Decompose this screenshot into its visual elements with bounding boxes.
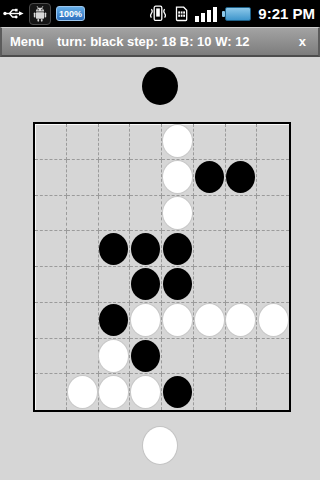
usb-icon <box>3 7 24 20</box>
board-cell[interactable] <box>99 267 131 303</box>
vibrate-icon <box>148 5 168 22</box>
board-cell[interactable] <box>226 303 258 339</box>
board-cell[interactable] <box>226 374 258 410</box>
white-stone <box>163 161 192 193</box>
board-cell[interactable] <box>162 124 194 160</box>
android-robot-icon <box>29 3 51 25</box>
board-cell[interactable] <box>35 160 67 196</box>
board-cell[interactable] <box>67 196 99 232</box>
board-cell[interactable] <box>257 267 289 303</box>
board-cell[interactable] <box>257 160 289 196</box>
board-cell[interactable] <box>67 231 99 267</box>
game-status-text: turn: black step: 18 B: 10 W: 12 <box>57 34 250 49</box>
white-stone <box>163 197 192 229</box>
board-cell[interactable] <box>194 124 226 160</box>
board-cell[interactable] <box>99 160 131 196</box>
board-cell[interactable] <box>226 339 258 375</box>
board <box>33 122 291 412</box>
board-cell[interactable] <box>67 303 99 339</box>
black-stone <box>99 304 128 336</box>
board-cell[interactable] <box>67 339 99 375</box>
board-cell[interactable] <box>257 196 289 232</box>
black-stone <box>131 233 160 265</box>
board-cell[interactable] <box>130 196 162 232</box>
board-cell[interactable] <box>194 339 226 375</box>
board-cell[interactable] <box>35 124 67 160</box>
board-cell[interactable] <box>257 303 289 339</box>
board-cell[interactable] <box>226 231 258 267</box>
sdcard-icon <box>173 5 190 22</box>
board-cell[interactable] <box>194 196 226 232</box>
board-cell[interactable] <box>130 231 162 267</box>
black-stone <box>195 161 224 193</box>
close-button[interactable]: x <box>299 34 306 49</box>
board-cell[interactable] <box>99 231 131 267</box>
board-cell[interactable] <box>257 231 289 267</box>
board-cell[interactable] <box>162 303 194 339</box>
board-cell[interactable] <box>35 303 67 339</box>
black-player-indicator <box>142 67 178 105</box>
white-stone <box>99 340 128 372</box>
board-cell[interactable] <box>226 124 258 160</box>
white-stone <box>195 304 224 336</box>
white-stone <box>131 376 160 408</box>
board-cell[interactable] <box>99 196 131 232</box>
board-cell[interactable] <box>35 339 67 375</box>
board-cell[interactable] <box>226 160 258 196</box>
signal-strength-icon <box>195 6 217 22</box>
white-stone <box>226 304 255 336</box>
board-cell[interactable] <box>67 267 99 303</box>
board-cell[interactable] <box>99 303 131 339</box>
black-stone <box>163 268 192 300</box>
menu-bar: Menu turn: black step: 18 B: 10 W: 12 x <box>0 27 320 57</box>
menu-button[interactable]: Menu <box>10 34 44 49</box>
board-cell[interactable] <box>226 267 258 303</box>
black-stone <box>131 268 160 300</box>
board-cell[interactable] <box>35 196 67 232</box>
white-stone <box>163 125 192 157</box>
board-cell[interactable] <box>162 267 194 303</box>
battery-icon <box>225 7 251 21</box>
board-cell[interactable] <box>194 231 226 267</box>
board-cell[interactable] <box>194 374 226 410</box>
board-cell[interactable] <box>130 160 162 196</box>
board-cell[interactable] <box>226 196 258 232</box>
board-cell[interactable] <box>130 374 162 410</box>
white-stone <box>99 376 128 408</box>
black-stone <box>163 376 192 408</box>
white-stone <box>68 376 97 408</box>
black-stone <box>163 233 192 265</box>
board-cell[interactable] <box>162 160 194 196</box>
white-player-indicator <box>143 427 177 464</box>
battery-percent-text: 100% <box>59 9 82 19</box>
board-cell[interactable] <box>35 374 67 410</box>
board-cell[interactable] <box>67 124 99 160</box>
board-cell[interactable] <box>99 124 131 160</box>
board-cell[interactable] <box>99 374 131 410</box>
board-cell[interactable] <box>257 339 289 375</box>
black-stone <box>226 161 255 193</box>
battery-percent-badge: 100% <box>56 6 85 21</box>
board-cell[interactable] <box>257 124 289 160</box>
board-cell[interactable] <box>67 160 99 196</box>
black-stone <box>99 233 128 265</box>
board-cell[interactable] <box>257 374 289 410</box>
board-cell[interactable] <box>99 339 131 375</box>
board-cell[interactable] <box>130 303 162 339</box>
board-cell[interactable] <box>162 339 194 375</box>
board-cell[interactable] <box>194 267 226 303</box>
board-cell[interactable] <box>130 267 162 303</box>
status-bar: 100% 9:21 PM <box>0 0 320 27</box>
board-cell[interactable] <box>162 196 194 232</box>
board-cell[interactable] <box>35 231 67 267</box>
board-cell[interactable] <box>130 124 162 160</box>
white-stone <box>131 304 160 336</box>
white-stone <box>163 304 192 336</box>
board-cell[interactable] <box>194 160 226 196</box>
black-stone <box>131 340 160 372</box>
board-cell[interactable] <box>194 303 226 339</box>
board-cell[interactable] <box>35 267 67 303</box>
app-screen: 100% 9:21 PM Menu turn: black step: <box>0 0 320 480</box>
clock: 9:21 PM <box>258 5 315 22</box>
board-cell[interactable] <box>162 374 194 410</box>
board-cell[interactable] <box>130 339 162 375</box>
white-stone <box>259 304 288 336</box>
board-cell[interactable] <box>162 231 194 267</box>
board-cell[interactable] <box>67 374 99 410</box>
